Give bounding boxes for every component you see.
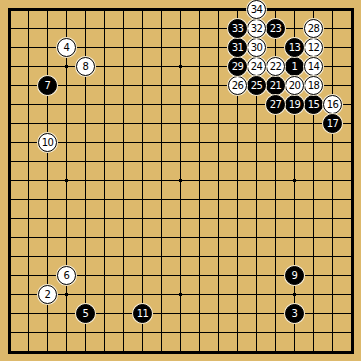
stone-34-white-O19: 34 — [247, 0, 266, 19]
stone-29-black-N16: 29 — [228, 57, 247, 76]
stone-16-white-S14: 16 — [323, 95, 342, 114]
stone-10-white-C12: 10 — [38, 133, 57, 152]
stone-30-white-O17: 30 — [247, 38, 266, 57]
hoshi-point — [65, 179, 68, 182]
stone-6-white-D5: 6 — [57, 266, 76, 285]
stone-31-black-N17: 31 — [228, 38, 247, 57]
stone-7-black-C15: 7 — [38, 76, 57, 95]
hoshi-point — [65, 65, 68, 68]
hoshi-point — [293, 293, 296, 296]
stone-14-white-R16: 14 — [304, 57, 323, 76]
stone-20-white-Q15: 20 — [285, 76, 304, 95]
stone-2-white-C4: 2 — [38, 285, 57, 304]
hoshi-point — [179, 179, 182, 182]
hoshi-point — [179, 65, 182, 68]
stone-8-white-E16: 8 — [76, 57, 95, 76]
stone-4-white-D17: 4 — [57, 38, 76, 57]
stone-1-black-Q16: 1 — [285, 57, 304, 76]
stone-24-white-O16: 24 — [247, 57, 266, 76]
stone-28-white-R18: 28 — [304, 19, 323, 38]
stone-23-black-P18: 23 — [266, 19, 285, 38]
stone-18-white-R15: 18 — [304, 76, 323, 95]
stone-3-black-Q3: 3 — [285, 304, 304, 323]
stone-12-white-R17: 12 — [304, 38, 323, 57]
go-board: 1234567891011121314151617181920212223242… — [0, 0, 361, 361]
stone-22-white-P16: 22 — [266, 57, 285, 76]
hoshi-point — [179, 293, 182, 296]
hoshi-point — [293, 179, 296, 182]
stone-27-black-P14: 27 — [266, 95, 285, 114]
stone-19-black-Q14: 19 — [285, 95, 304, 114]
stone-11-black-H3: 11 — [133, 304, 152, 323]
stone-9-black-Q5: 9 — [285, 266, 304, 285]
stone-25-black-O15: 25 — [247, 76, 266, 95]
stone-13-black-Q17: 13 — [285, 38, 304, 57]
hoshi-point — [65, 293, 68, 296]
stone-26-white-N15: 26 — [228, 76, 247, 95]
stone-15-black-R14: 15 — [304, 95, 323, 114]
stone-33-black-N18: 33 — [228, 19, 247, 38]
stone-21-black-P15: 21 — [266, 76, 285, 95]
stone-17-black-S13: 17 — [323, 114, 342, 133]
stone-32-white-O18: 32 — [247, 19, 266, 38]
stone-5-black-E3: 5 — [76, 304, 95, 323]
